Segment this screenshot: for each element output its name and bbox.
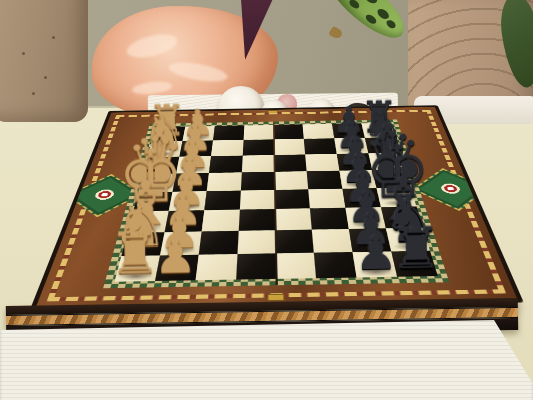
square-h1[interactable]: ♜	[114, 256, 159, 282]
board-tilt-plane: ♜♟♟♜♞♟♟♞♝♟♟♝♛♟♟♛♚♟♟♚♝♟♟♝♞♟♟♞♜♟♟♜	[29, 105, 523, 311]
square-e5[interactable]	[275, 189, 311, 209]
square-e6[interactable]	[309, 189, 346, 209]
square-f4[interactable]	[238, 209, 275, 231]
brass-clasp	[268, 110, 278, 113]
piece-white-rook[interactable]: ♜	[109, 226, 161, 279]
square-f3[interactable]	[201, 210, 239, 232]
square-f5[interactable]	[275, 209, 312, 231]
photo-scene: ♜♟♟♜♞♟♟♞♝♟♟♝♛♟♟♛♚♟♟♚♝♟♟♝♞♟♟♞♜♟♟♜	[0, 0, 533, 400]
brass-hinge	[267, 294, 284, 301]
square-h2[interactable]: ♟	[155, 255, 199, 281]
square-e4[interactable]	[239, 190, 274, 210]
square-e3[interactable]	[204, 190, 240, 210]
square-f6[interactable]	[310, 208, 349, 230]
square-h4[interactable]	[236, 254, 276, 280]
square-h8[interactable]: ♜	[391, 251, 437, 277]
piece-black-rook[interactable]: ♜	[390, 221, 442, 274]
ribbed-placemat	[0, 318, 533, 400]
board-top-surface: ♜♟♟♜♞♟♟♞♝♟♟♝♛♟♟♛♚♟♟♚♝♟♟♝♞♟♟♞♜♟♟♜	[29, 105, 523, 311]
